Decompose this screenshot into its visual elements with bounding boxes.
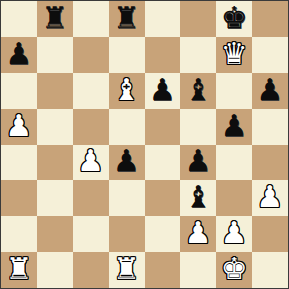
square-g4[interactable] (216, 145, 252, 181)
square-h2[interactable] (252, 216, 288, 252)
square-a7[interactable]: ♟ (1, 37, 37, 73)
black-pawn[interactable]: ♟ (149, 75, 176, 105)
square-d6[interactable]: ♝ (109, 73, 145, 109)
square-a1[interactable]: ♜ (1, 252, 37, 288)
white-pawn[interactable]: ♟ (77, 146, 104, 176)
square-e8[interactable] (145, 1, 181, 37)
square-g1[interactable]: ♚ (216, 252, 252, 288)
square-a5[interactable]: ♟ (1, 109, 37, 145)
square-h1[interactable] (252, 252, 288, 288)
white-rook[interactable]: ♜ (113, 254, 140, 284)
square-d3[interactable] (109, 180, 145, 216)
square-e3[interactable] (145, 180, 181, 216)
square-h6[interactable]: ♟ (252, 73, 288, 109)
square-e1[interactable] (145, 252, 181, 288)
chess-board: ♜♜♚♟♛♝♟♝♟♟♟♟♟♟♝♟♟♟♜♜♚ (1, 1, 288, 288)
square-h8[interactable] (252, 1, 288, 37)
square-d5[interactable] (109, 109, 145, 145)
square-a2[interactable] (1, 216, 37, 252)
square-c1[interactable] (73, 252, 109, 288)
square-b4[interactable] (37, 145, 73, 181)
square-h4[interactable] (252, 145, 288, 181)
square-c3[interactable] (73, 180, 109, 216)
square-f8[interactable] (180, 1, 216, 37)
black-bishop[interactable]: ♝ (185, 182, 212, 212)
white-pawn[interactable]: ♟ (221, 218, 248, 248)
white-pawn[interactable]: ♟ (257, 182, 284, 212)
square-e6[interactable]: ♟ (145, 73, 181, 109)
square-c5[interactable] (73, 109, 109, 145)
square-f1[interactable] (180, 252, 216, 288)
square-g5[interactable]: ♟ (216, 109, 252, 145)
square-c4[interactable]: ♟ (73, 145, 109, 181)
square-f3[interactable]: ♝ (180, 180, 216, 216)
square-g2[interactable]: ♟ (216, 216, 252, 252)
square-f5[interactable] (180, 109, 216, 145)
white-queen[interactable]: ♛ (221, 39, 248, 69)
white-bishop[interactable]: ♝ (113, 75, 140, 105)
square-e2[interactable] (145, 216, 181, 252)
square-e4[interactable] (145, 145, 181, 181)
square-g3[interactable] (216, 180, 252, 216)
square-a4[interactable] (1, 145, 37, 181)
white-rook[interactable]: ♜ (5, 254, 32, 284)
square-h3[interactable]: ♟ (252, 180, 288, 216)
square-h7[interactable] (252, 37, 288, 73)
square-h5[interactable] (252, 109, 288, 145)
chess-board-frame: ♜♜♚♟♛♝♟♝♟♟♟♟♟♟♝♟♟♟♜♜♚ (0, 0, 289, 289)
square-c7[interactable] (73, 37, 109, 73)
square-f7[interactable] (180, 37, 216, 73)
square-d8[interactable]: ♜ (109, 1, 145, 37)
black-pawn[interactable]: ♟ (113, 146, 140, 176)
square-a6[interactable] (1, 73, 37, 109)
square-e5[interactable] (145, 109, 181, 145)
square-d1[interactable]: ♜ (109, 252, 145, 288)
square-b8[interactable]: ♜ (37, 1, 73, 37)
square-b5[interactable] (37, 109, 73, 145)
square-f4[interactable]: ♟ (180, 145, 216, 181)
square-b2[interactable] (37, 216, 73, 252)
square-d2[interactable] (109, 216, 145, 252)
square-g7[interactable]: ♛ (216, 37, 252, 73)
square-a3[interactable] (1, 180, 37, 216)
square-b6[interactable] (37, 73, 73, 109)
square-f2[interactable]: ♟ (180, 216, 216, 252)
white-king[interactable]: ♚ (221, 254, 248, 284)
black-pawn[interactable]: ♟ (5, 39, 32, 69)
black-rook[interactable]: ♜ (41, 3, 68, 33)
square-b1[interactable] (37, 252, 73, 288)
square-d7[interactable] (109, 37, 145, 73)
white-pawn[interactable]: ♟ (185, 218, 212, 248)
black-pawn[interactable]: ♟ (185, 146, 212, 176)
square-b3[interactable] (37, 180, 73, 216)
square-a8[interactable] (1, 1, 37, 37)
black-pawn[interactable]: ♟ (221, 111, 248, 141)
black-rook[interactable]: ♜ (113, 3, 140, 33)
black-king[interactable]: ♚ (221, 3, 248, 33)
black-pawn[interactable]: ♟ (257, 75, 284, 105)
square-e7[interactable] (145, 37, 181, 73)
black-bishop[interactable]: ♝ (185, 75, 212, 105)
white-pawn[interactable]: ♟ (5, 111, 32, 141)
square-c6[interactable] (73, 73, 109, 109)
square-b7[interactable] (37, 37, 73, 73)
square-d4[interactable]: ♟ (109, 145, 145, 181)
square-c2[interactable] (73, 216, 109, 252)
square-c8[interactable] (73, 1, 109, 37)
square-g8[interactable]: ♚ (216, 1, 252, 37)
square-g6[interactable] (216, 73, 252, 109)
square-f6[interactable]: ♝ (180, 73, 216, 109)
